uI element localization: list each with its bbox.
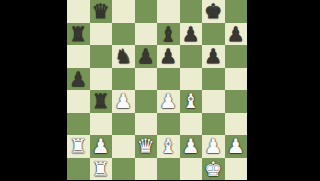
square-c3[interactable] [112,113,135,136]
square-d1[interactable] [135,158,158,181]
square-c8[interactable] [112,0,135,23]
white-pawn-piece[interactable]: ♟ [227,136,245,156]
square-d6[interactable]: ♟ [135,45,158,68]
square-c1[interactable] [112,158,135,181]
square-b2[interactable]: ♟ [90,135,113,158]
square-g4[interactable] [202,90,225,113]
square-f5[interactable] [180,68,203,91]
square-e3[interactable] [157,113,180,136]
square-c5[interactable] [112,68,135,91]
square-a7[interactable]: ♜ [67,23,90,46]
black-bishop-piece[interactable]: ♝ [159,23,177,43]
square-a1[interactable] [67,158,90,181]
square-g6[interactable]: ♟ [202,45,225,68]
square-e6[interactable]: ♟ [157,45,180,68]
white-bishop-piece[interactable]: ♝ [159,136,177,156]
square-g8[interactable]: ♚ [202,0,225,23]
square-b3[interactable] [90,113,113,136]
square-e8[interactable] [157,0,180,23]
square-h7[interactable]: ♟ [225,23,248,46]
square-c4[interactable]: ♟ [112,90,135,113]
square-f4[interactable]: ♝ [180,90,203,113]
square-h1[interactable] [225,158,248,181]
black-rook-piece[interactable]: ♜ [92,91,110,111]
square-f3[interactable] [180,113,203,136]
white-pawn-piece[interactable]: ♟ [114,91,132,111]
square-c2[interactable] [112,135,135,158]
square-g5[interactable] [202,68,225,91]
black-knight-piece[interactable]: ♞ [114,46,132,66]
black-rook-piece[interactable]: ♜ [69,23,87,43]
square-b7[interactable] [90,23,113,46]
square-d8[interactable] [135,0,158,23]
black-pawn-piece[interactable]: ♟ [227,23,245,43]
square-a4[interactable] [67,90,90,113]
square-a8[interactable] [67,0,90,23]
square-a3[interactable] [67,113,90,136]
square-a5[interactable]: ♟ [67,68,90,91]
square-e5[interactable] [157,68,180,91]
black-pawn-piece[interactable]: ♟ [69,68,87,88]
square-f8[interactable] [180,0,203,23]
square-d7[interactable] [135,23,158,46]
square-h8[interactable] [225,0,248,23]
square-g7[interactable] [202,23,225,46]
square-f6[interactable] [180,45,203,68]
square-f7[interactable]: ♟ [180,23,203,46]
square-b1[interactable]: ♜ [90,158,113,181]
square-b6[interactable] [90,45,113,68]
square-c6[interactable]: ♞ [112,45,135,68]
black-pawn-piece[interactable]: ♟ [159,46,177,66]
square-h5[interactable] [225,68,248,91]
square-g3[interactable] [202,113,225,136]
square-h3[interactable] [225,113,248,136]
white-pawn-piece[interactable]: ♟ [204,136,222,156]
square-f1[interactable] [180,158,203,181]
square-b5[interactable] [90,68,113,91]
square-c7[interactable] [112,23,135,46]
square-e7[interactable]: ♝ [157,23,180,46]
square-g2[interactable]: ♟ [202,135,225,158]
white-bishop-piece[interactable]: ♝ [182,91,200,111]
square-b8[interactable]: ♛ [90,0,113,23]
app-background: ♛♚♜♝♟♟♞♟♟♟♟♜♟♟♝♜♟♛♝♟♟♟♜♚ [0,0,320,180]
white-rook-piece[interactable]: ♜ [69,136,87,156]
black-queen-piece[interactable]: ♛ [92,1,110,21]
white-pawn-piece[interactable]: ♟ [182,136,200,156]
white-pawn-piece[interactable]: ♟ [92,136,110,156]
square-e4[interactable]: ♟ [157,90,180,113]
white-rook-piece[interactable]: ♜ [92,158,110,178]
square-d4[interactable] [135,90,158,113]
square-e1[interactable] [157,158,180,181]
square-d5[interactable] [135,68,158,91]
square-g1[interactable]: ♚ [202,158,225,181]
square-h6[interactable] [225,45,248,68]
square-h2[interactable]: ♟ [225,135,248,158]
black-king-piece[interactable]: ♚ [204,1,222,21]
square-d2[interactable]: ♛ [135,135,158,158]
black-pawn-piece[interactable]: ♟ [182,23,200,43]
square-b4[interactable]: ♜ [90,90,113,113]
square-h4[interactable] [225,90,248,113]
black-pawn-piece[interactable]: ♟ [204,46,222,66]
white-pawn-piece[interactable]: ♟ [159,91,177,111]
white-queen-piece[interactable]: ♛ [137,136,155,156]
square-a2[interactable]: ♜ [67,135,90,158]
black-pawn-piece[interactable]: ♟ [137,46,155,66]
square-e2[interactable]: ♝ [157,135,180,158]
square-a6[interactable] [67,45,90,68]
square-d3[interactable] [135,113,158,136]
white-king-piece[interactable]: ♚ [204,158,222,178]
square-f2[interactable]: ♟ [180,135,203,158]
chess-board[interactable]: ♛♚♜♝♟♟♞♟♟♟♟♜♟♟♝♜♟♛♝♟♟♟♜♚ [67,0,247,180]
